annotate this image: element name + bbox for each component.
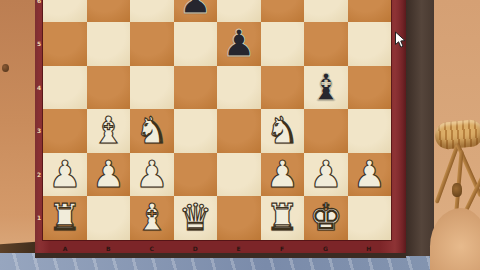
white-knight-c3[interactable]: ♞ bbox=[130, 109, 174, 153]
square-f4[interactable] bbox=[261, 66, 305, 110]
square-d5[interactable] bbox=[174, 22, 218, 66]
square-f3[interactable]: ♞ bbox=[261, 109, 305, 153]
room-wall-right bbox=[434, 0, 480, 270]
white-rook-f1[interactable]: ♜ bbox=[261, 196, 305, 240]
rank-label-6: 6 bbox=[35, 0, 43, 5]
file-label-h: H bbox=[361, 245, 377, 253]
file-label-e: E bbox=[231, 245, 247, 253]
file-label-c: C bbox=[144, 245, 160, 253]
rank-label-3: 3 bbox=[35, 127, 43, 135]
square-b3[interactable]: ♝ bbox=[87, 109, 131, 153]
white-queen-d1[interactable]: ♛ bbox=[174, 196, 218, 240]
white-pawn-b2[interactable]: ♟ bbox=[87, 153, 131, 197]
square-g1[interactable]: ♚ bbox=[304, 196, 348, 240]
black-bishop-g4[interactable]: ♝ bbox=[304, 66, 348, 110]
square-c1[interactable]: ♝ bbox=[130, 196, 174, 240]
square-g2[interactable]: ♟ bbox=[304, 153, 348, 197]
square-c2[interactable]: ♟ bbox=[130, 153, 174, 197]
square-e5[interactable]: ♟ bbox=[217, 22, 261, 66]
square-d3[interactable] bbox=[174, 109, 218, 153]
square-a3[interactable] bbox=[43, 109, 87, 153]
square-g3[interactable] bbox=[304, 109, 348, 153]
square-h3[interactable] bbox=[348, 109, 392, 153]
rank-label-2: 2 bbox=[35, 171, 43, 179]
wicker-chair-knot bbox=[452, 183, 462, 197]
white-bishop-b3[interactable]: ♝ bbox=[87, 109, 131, 153]
square-d1[interactable]: ♛ bbox=[174, 196, 218, 240]
white-bishop-c1[interactable]: ♝ bbox=[130, 196, 174, 240]
square-b4[interactable] bbox=[87, 66, 131, 110]
square-c6[interactable] bbox=[130, 0, 174, 22]
square-f2[interactable]: ♟ bbox=[261, 153, 305, 197]
square-f6[interactable] bbox=[261, 0, 305, 22]
rank-label-4: 4 bbox=[35, 84, 43, 92]
file-label-b: B bbox=[100, 245, 116, 253]
square-f1[interactable]: ♜ bbox=[261, 196, 305, 240]
rank-label-5: 5 bbox=[35, 40, 43, 48]
square-e4[interactable] bbox=[217, 66, 261, 110]
square-h1[interactable] bbox=[348, 196, 392, 240]
square-c3[interactable]: ♞ bbox=[130, 109, 174, 153]
square-g4[interactable]: ♝ bbox=[304, 66, 348, 110]
square-g6[interactable] bbox=[304, 0, 348, 22]
wall-shadow-band bbox=[406, 0, 434, 256]
square-e1[interactable] bbox=[217, 196, 261, 240]
mouse-cursor bbox=[394, 31, 406, 49]
square-b2[interactable]: ♟ bbox=[87, 153, 131, 197]
white-pawn-g2[interactable]: ♟ bbox=[304, 153, 348, 197]
white-rook-a1[interactable]: ♜ bbox=[43, 196, 87, 240]
square-g5[interactable] bbox=[304, 22, 348, 66]
white-knight-f3[interactable]: ♞ bbox=[261, 109, 305, 153]
white-pawn-c2[interactable]: ♟ bbox=[130, 153, 174, 197]
square-a1[interactable]: ♜ bbox=[43, 196, 87, 240]
room-wall-left bbox=[0, 0, 36, 270]
square-b5[interactable] bbox=[87, 22, 131, 66]
black-pawn-d6[interactable]: ♟ bbox=[174, 0, 218, 23]
square-c4[interactable] bbox=[130, 66, 174, 110]
square-b6[interactable] bbox=[87, 0, 131, 22]
square-f5[interactable] bbox=[261, 22, 305, 66]
file-label-f: F bbox=[274, 245, 290, 253]
square-e6[interactable] bbox=[217, 0, 261, 22]
square-e3[interactable] bbox=[217, 109, 261, 153]
square-h6[interactable] bbox=[348, 0, 392, 22]
square-d6[interactable]: ♟ bbox=[174, 0, 218, 22]
square-a2[interactable]: ♟ bbox=[43, 153, 87, 197]
square-b1[interactable] bbox=[87, 196, 131, 240]
file-label-g: G bbox=[317, 245, 333, 253]
square-e2[interactable] bbox=[217, 153, 261, 197]
square-c5[interactable] bbox=[130, 22, 174, 66]
square-d4[interactable] bbox=[174, 66, 218, 110]
square-h2[interactable]: ♟ bbox=[348, 153, 392, 197]
white-pawn-f2[interactable]: ♟ bbox=[261, 153, 305, 197]
square-a5[interactable] bbox=[43, 22, 87, 66]
file-label-a: A bbox=[57, 245, 73, 253]
chessboard[interactable]: ♟♟♝♝♞♞♟♟♟♟♟♟♜♝♛♜♚ bbox=[43, 0, 391, 240]
rank-label-1: 1 bbox=[35, 214, 43, 222]
black-pawn-e5[interactable]: ♟ bbox=[217, 22, 261, 66]
chessboard-frame: ♟♟♝♝♞♞♟♟♟♟♟♟♜♝♛♜♚ 654321 ABCDEFGH bbox=[35, 0, 406, 258]
square-h5[interactable] bbox=[348, 22, 392, 66]
square-a4[interactable] bbox=[43, 66, 87, 110]
file-label-d: D bbox=[187, 245, 203, 253]
white-pawn-h2[interactable]: ♟ bbox=[348, 153, 392, 197]
white-pawn-a2[interactable]: ♟ bbox=[43, 153, 87, 197]
square-a6[interactable] bbox=[43, 0, 87, 22]
door-knob bbox=[2, 64, 9, 72]
square-h4[interactable] bbox=[348, 66, 392, 110]
chair-cushion bbox=[430, 208, 480, 270]
square-d2[interactable] bbox=[174, 153, 218, 197]
chess-app-scene: ♟♟♝♝♞♞♟♟♟♟♟♟♜♝♛♜♚ 654321 ABCDEFGH bbox=[0, 0, 480, 270]
white-king-g1[interactable]: ♚ bbox=[304, 196, 348, 240]
